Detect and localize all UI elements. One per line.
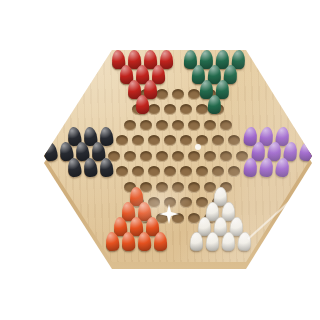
board-hole[interactable] [148,104,160,115]
peg-purple[interactable] [298,141,314,162]
board-hole[interactable] [124,120,136,131]
peg-black[interactable] [42,141,58,162]
board-hole[interactable] [204,120,216,131]
board-hole[interactable] [188,182,200,193]
board-hole[interactable] [156,182,168,193]
board-hole[interactable] [124,151,136,162]
peg-orange[interactable] [153,232,166,251]
board-hole[interactable] [204,182,216,193]
board-hole[interactable] [172,182,184,193]
peg-white[interactable] [189,232,202,251]
board-hole[interactable] [172,151,184,162]
board-hole[interactable] [140,120,152,131]
board-hole[interactable] [212,135,224,146]
board-hole[interactable] [116,135,128,146]
board-hole[interactable] [228,135,240,146]
chinese-checkers-board [0,0,320,320]
peg-orange[interactable] [137,232,151,252]
board-hole[interactable] [220,120,232,131]
board-hole[interactable] [196,135,208,146]
product-photo-scene [0,0,320,320]
board-hole[interactable] [116,166,128,177]
board-hole[interactable] [132,166,144,177]
board-hole[interactable] [196,166,208,177]
board-hole[interactable] [164,166,176,177]
board-hole[interactable] [132,135,144,146]
board-hole[interactable] [156,120,168,131]
board-hole[interactable] [180,135,192,146]
board-hole[interactable] [228,166,240,177]
board-hole[interactable] [180,166,192,177]
board-hole[interactable] [180,104,192,115]
peg-green[interactable] [207,95,221,115]
board-hole[interactable] [180,197,192,208]
board-hole[interactable] [172,213,184,224]
board-hole[interactable] [148,135,160,146]
board-hole[interactable] [220,151,232,162]
board-hole[interactable] [188,120,200,131]
peg-red[interactable] [135,95,149,115]
board-hole[interactable] [204,151,216,162]
board-hole[interactable] [164,135,176,146]
board-hole[interactable] [172,89,184,100]
peg-orange[interactable] [121,232,135,252]
board-hole[interactable] [140,182,152,193]
board-hole[interactable] [156,151,168,162]
board-hole[interactable] [212,166,224,177]
board-hole[interactable] [196,104,208,115]
board-hole[interactable] [188,151,200,162]
board-hole[interactable] [164,104,176,115]
board-hole[interactable] [148,166,160,177]
board-hole[interactable] [172,120,184,131]
peg-white[interactable] [205,232,219,252]
board-hole[interactable] [188,89,200,100]
peg-white[interactable] [221,232,235,252]
board-hole[interactable] [140,151,152,162]
board-hole[interactable] [164,197,176,208]
board-hole[interactable] [156,89,168,100]
